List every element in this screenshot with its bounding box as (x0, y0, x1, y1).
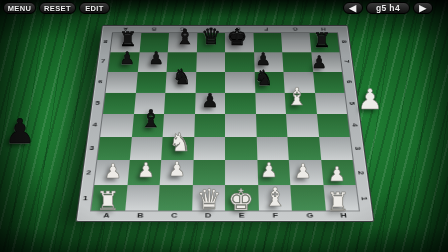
square-d2[interactable] (192, 160, 225, 185)
piece-black-bishop-b4[interactable]: ♝ (140, 107, 162, 131)
piece-white-king-e1[interactable]: ♚ (228, 186, 254, 215)
file-label-bottom-g: G (306, 212, 313, 219)
piece-black-pawn-h7[interactable]: ♟ (311, 54, 326, 71)
square-b3[interactable] (129, 137, 162, 161)
piece-white-pawn-a2[interactable]: ♟ (104, 161, 122, 181)
rank-label-right-8: 8 (340, 41, 348, 44)
rank-label-left-1: 1 (83, 195, 89, 202)
square-d7[interactable] (196, 52, 225, 72)
rank-label-left-4: 4 (92, 122, 97, 128)
square-c1[interactable] (158, 185, 192, 211)
rank-label-right-2: 2 (356, 171, 365, 175)
file-label-bottom-c: C (171, 212, 178, 219)
edit-button[interactable]: EDIT (79, 2, 110, 14)
rank-label-left-3: 3 (89, 145, 94, 151)
rank-label-right-4: 4 (350, 124, 359, 127)
rank-label-right-3: 3 (353, 147, 362, 150)
file-label-top-g: G (292, 27, 297, 31)
rank-label-right-7: 7 (343, 60, 351, 63)
square-b6[interactable] (135, 72, 166, 93)
square-h6[interactable] (313, 72, 345, 93)
piece-white-rook-h1[interactable]: ♜ (326, 189, 349, 215)
piece-white-rook-a1[interactable]: ♜ (96, 188, 119, 214)
square-a4[interactable] (100, 114, 133, 137)
piece-black-queen-d8[interactable]: ♛ (201, 26, 221, 48)
piece-white-pawn-h2[interactable]: ♟ (328, 164, 346, 184)
square-g3[interactable] (287, 137, 320, 161)
square-e6[interactable] (225, 72, 255, 93)
reset-button[interactable]: RESET (39, 2, 76, 14)
piece-black-bishop-c8[interactable]: ♝ (176, 27, 195, 48)
piece-black-pawn-offboard-left[interactable]: ♟ (5, 114, 35, 148)
rank-label-right-6: 6 (345, 80, 353, 83)
rank-label-right-1: 1 (359, 196, 368, 200)
next-arrow-icon: ▶ (419, 3, 426, 13)
square-f5[interactable] (255, 92, 286, 114)
square-g7[interactable] (282, 52, 312, 72)
square-e2[interactable] (225, 160, 258, 185)
next-move-button[interactable]: ▶ (413, 2, 433, 14)
square-f4[interactable] (256, 114, 288, 137)
rank-label-left-2: 2 (86, 170, 92, 176)
piece-white-knight-c3[interactable]: ♞ (169, 130, 191, 155)
rank-label-right-5: 5 (348, 101, 356, 104)
piece-black-knight-f6[interactable]: ♞ (255, 68, 274, 89)
piece-white-pawn-b2[interactable]: ♟ (137, 160, 155, 180)
square-e5[interactable] (225, 92, 256, 114)
move-display: g5 h4 (366, 2, 410, 14)
rank-label-left-8: 8 (103, 39, 108, 44)
piece-white-queen-d1[interactable]: ♛ (196, 186, 221, 214)
piece-black-pawn-d5[interactable]: ♟ (201, 91, 218, 110)
piece-black-king-e8[interactable]: ♚ (227, 26, 248, 49)
square-g4[interactable] (286, 114, 319, 137)
square-c5[interactable] (164, 92, 195, 114)
square-h3[interactable] (319, 137, 353, 161)
square-f3[interactable] (256, 137, 289, 161)
square-e4[interactable] (225, 114, 256, 137)
square-e3[interactable] (225, 137, 257, 161)
square-g8[interactable] (281, 33, 311, 52)
prev-move-button[interactable]: ◀ (343, 2, 363, 14)
menu-button[interactable]: MENU (3, 2, 36, 14)
square-h5[interactable] (315, 92, 347, 114)
square-h4[interactable] (317, 114, 350, 137)
rank-label-left-6: 6 (98, 79, 103, 84)
square-b1[interactable] (125, 185, 160, 211)
piece-black-pawn-a7[interactable]: ♟ (119, 50, 134, 67)
square-e7[interactable] (225, 52, 254, 72)
chess-app-screen: AABBCCDDEEFFGGHH1122334455667788 ♝♛♜♚♜♟♟… (0, 0, 448, 252)
file-label-bottom-f: F (272, 212, 278, 219)
file-label-top-f: F (264, 27, 268, 31)
piece-black-knight-c6[interactable]: ♞ (173, 67, 192, 88)
rank-label-left-5: 5 (95, 100, 100, 106)
piece-white-pawn-f2[interactable]: ♟ (260, 160, 278, 180)
rank-label-left-7: 7 (101, 59, 106, 64)
piece-white-pawn-c2[interactable]: ♟ (168, 159, 186, 179)
piece-white-pawn-offboard-right[interactable]: ♟ (357, 86, 382, 114)
square-g1[interactable] (290, 185, 325, 211)
piece-black-pawn-b7[interactable]: ♟ (148, 50, 163, 67)
square-a6[interactable] (106, 72, 138, 93)
square-a5[interactable] (103, 92, 135, 114)
prev-arrow-icon: ◀ (349, 3, 356, 13)
file-label-top-b: B (152, 27, 157, 31)
piece-black-rook-h8[interactable]: ♜ (313, 30, 331, 50)
square-a3[interactable] (97, 137, 131, 161)
piece-white-bishop-f1[interactable]: ♝ (263, 184, 286, 210)
piece-white-bishop-g5[interactable]: ♝ (286, 85, 308, 109)
square-d4[interactable] (194, 114, 225, 137)
square-d3[interactable] (193, 137, 225, 161)
file-label-bottom-b: B (137, 212, 144, 219)
piece-black-rook-a8[interactable]: ♜ (119, 29, 137, 49)
piece-white-pawn-g2[interactable]: ♟ (294, 161, 312, 181)
